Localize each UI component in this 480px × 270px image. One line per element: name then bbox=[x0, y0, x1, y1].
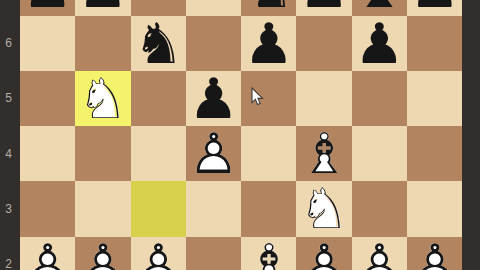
square-c5[interactable] bbox=[131, 71, 186, 126]
chess-app-window: ♟♟♞♟♝♟♞♟♟♞♘♟♟♙♝♗♞♘♟♙♟♙♟♙♝♗♟♙♟♙♟♙ 6 5 4 3… bbox=[0, 0, 480, 270]
square-e4[interactable] bbox=[241, 126, 296, 181]
piece-outline-glyph: ♙ bbox=[75, 237, 130, 270]
square-c2[interactable]: ♟♙ bbox=[131, 237, 186, 270]
black-pawn-f7[interactable]: ♟ bbox=[296, 0, 351, 16]
square-d7[interactable] bbox=[186, 0, 241, 16]
white-bishop-f4[interactable]: ♝♗ bbox=[296, 126, 351, 181]
black-pawn-e6[interactable]: ♟ bbox=[241, 16, 296, 71]
white-pawn-a2[interactable]: ♟♙ bbox=[20, 237, 75, 270]
square-a4[interactable] bbox=[20, 126, 75, 181]
square-c3[interactable] bbox=[131, 181, 186, 236]
piece-outline-glyph: ♙ bbox=[296, 237, 351, 270]
piece-glyph: ♟ bbox=[407, 0, 462, 16]
square-h6[interactable] bbox=[407, 16, 462, 71]
square-f4[interactable]: ♝♗ bbox=[296, 126, 351, 181]
mouse-cursor bbox=[251, 87, 264, 106]
white-pawn-b2[interactable]: ♟♙ bbox=[75, 237, 130, 270]
square-a5[interactable] bbox=[20, 71, 75, 126]
square-b6[interactable] bbox=[75, 16, 130, 71]
white-bishop-e2[interactable]: ♝♗ bbox=[241, 237, 296, 270]
square-d2[interactable] bbox=[186, 237, 241, 270]
square-g3[interactable] bbox=[352, 181, 407, 236]
piece-glyph: ♟ bbox=[241, 16, 296, 71]
piece-glyph: ♟ bbox=[352, 16, 407, 71]
piece-outline-glyph: ♙ bbox=[20, 237, 75, 270]
piece-outline-glyph: ♗ bbox=[296, 126, 351, 181]
side-panel-right bbox=[462, 0, 480, 270]
black-knight-c6[interactable]: ♞ bbox=[131, 16, 186, 71]
rank-label-4: 4 bbox=[0, 146, 17, 162]
piece-outline-glyph: ♘ bbox=[296, 181, 351, 236]
square-d4[interactable]: ♟♙ bbox=[186, 126, 241, 181]
square-b2[interactable]: ♟♙ bbox=[75, 237, 130, 270]
black-pawn-g6[interactable]: ♟ bbox=[352, 16, 407, 71]
piece-outline-glyph: ♙ bbox=[407, 237, 462, 270]
white-knight-b5[interactable]: ♞♘ bbox=[75, 71, 130, 126]
square-d5[interactable]: ♟ bbox=[186, 71, 241, 126]
square-h7[interactable]: ♟ bbox=[407, 0, 462, 16]
square-g6[interactable]: ♟ bbox=[352, 16, 407, 71]
piece-glyph: ♟ bbox=[186, 71, 241, 126]
square-f3[interactable]: ♞♘ bbox=[296, 181, 351, 236]
square-a6[interactable] bbox=[20, 16, 75, 71]
square-d3[interactable] bbox=[186, 181, 241, 236]
rank-label-2: 2 bbox=[0, 256, 17, 270]
square-b3[interactable] bbox=[75, 181, 130, 236]
square-g4[interactable] bbox=[352, 126, 407, 181]
piece-glyph: ♟ bbox=[296, 0, 351, 16]
black-pawn-h7[interactable]: ♟ bbox=[407, 0, 462, 16]
square-g2[interactable]: ♟♙ bbox=[352, 237, 407, 270]
square-d6[interactable] bbox=[186, 16, 241, 71]
white-pawn-h2[interactable]: ♟♙ bbox=[407, 237, 462, 270]
white-pawn-g2[interactable]: ♟♙ bbox=[352, 237, 407, 270]
square-b4[interactable] bbox=[75, 126, 130, 181]
square-f6[interactable] bbox=[296, 16, 351, 71]
piece-glyph: ♞ bbox=[131, 16, 186, 71]
square-e5[interactable] bbox=[241, 71, 296, 126]
square-b5[interactable]: ♞♘ bbox=[75, 71, 130, 126]
piece-outline-glyph: ♗ bbox=[241, 237, 296, 270]
piece-outline-glyph: ♙ bbox=[131, 237, 186, 270]
piece-outline-glyph: ♘ bbox=[75, 71, 130, 126]
square-c4[interactable] bbox=[131, 126, 186, 181]
square-f2[interactable]: ♟♙ bbox=[296, 237, 351, 270]
chess-board[interactable]: ♟♟♞♟♝♟♞♟♟♞♘♟♟♙♝♗♞♘♟♙♟♙♟♙♝♗♟♙♟♙♟♙ bbox=[20, 0, 462, 270]
square-a7[interactable]: ♟ bbox=[20, 0, 75, 16]
square-e6[interactable]: ♟ bbox=[241, 16, 296, 71]
white-pawn-f2[interactable]: ♟♙ bbox=[296, 237, 351, 270]
piece-outline-glyph: ♙ bbox=[186, 126, 241, 181]
square-g5[interactable] bbox=[352, 71, 407, 126]
square-h4[interactable] bbox=[407, 126, 462, 181]
square-c6[interactable]: ♞ bbox=[131, 16, 186, 71]
square-h3[interactable] bbox=[407, 181, 462, 236]
rank-label-3: 3 bbox=[0, 201, 17, 217]
piece-glyph: ♟ bbox=[20, 0, 75, 16]
square-h5[interactable] bbox=[407, 71, 462, 126]
rank-label-6: 6 bbox=[0, 35, 17, 51]
square-h2[interactable]: ♟♙ bbox=[407, 237, 462, 270]
white-knight-f3[interactable]: ♞♘ bbox=[296, 181, 351, 236]
side-panel-left: 6 5 4 3 2 bbox=[0, 0, 20, 270]
black-pawn-d5[interactable]: ♟ bbox=[186, 71, 241, 126]
square-e2[interactable]: ♝♗ bbox=[241, 237, 296, 270]
square-a2[interactable]: ♟♙ bbox=[20, 237, 75, 270]
white-pawn-d4[interactable]: ♟♙ bbox=[186, 126, 241, 181]
white-pawn-c2[interactable]: ♟♙ bbox=[131, 237, 186, 270]
piece-outline-glyph: ♙ bbox=[352, 237, 407, 270]
square-b7[interactable]: ♟ bbox=[75, 0, 130, 16]
square-e3[interactable] bbox=[241, 181, 296, 236]
square-f5[interactable] bbox=[296, 71, 351, 126]
piece-glyph: ♟ bbox=[75, 0, 130, 16]
square-f7[interactable]: ♟ bbox=[296, 0, 351, 16]
black-pawn-a7[interactable]: ♟ bbox=[20, 0, 75, 16]
square-a3[interactable] bbox=[20, 181, 75, 236]
rank-label-5: 5 bbox=[0, 90, 17, 106]
black-pawn-b7[interactable]: ♟ bbox=[75, 0, 130, 16]
